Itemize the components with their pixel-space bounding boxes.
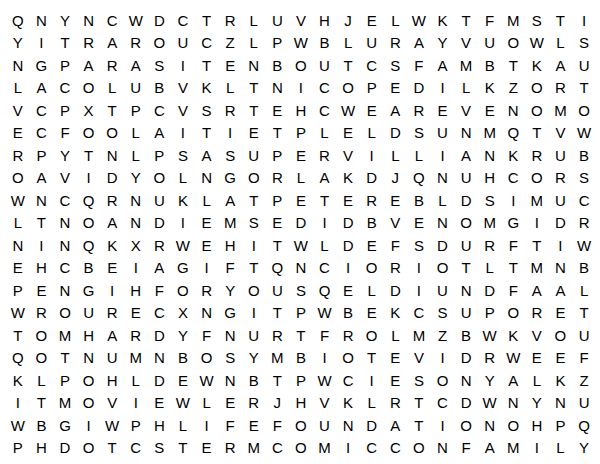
grid-cell[interactable]: U	[171, 32, 195, 55]
grid-cell[interactable]: M	[501, 9, 525, 32]
grid-cell[interactable]: E	[6, 122, 30, 145]
grid-cell[interactable]: T	[336, 54, 360, 77]
grid-cell[interactable]: G	[218, 167, 242, 190]
grid-cell[interactable]: R	[478, 347, 502, 370]
grid-cell[interactable]: F	[313, 324, 337, 347]
grid-cell[interactable]: N	[549, 392, 573, 415]
grid-cell[interactable]: S	[572, 32, 596, 55]
grid-cell[interactable]: H	[289, 392, 313, 415]
grid-cell[interactable]: E	[431, 99, 455, 122]
grid-cell[interactable]: C	[360, 54, 384, 77]
grid-cell[interactable]: I	[195, 414, 219, 437]
grid-cell[interactable]: U	[572, 324, 596, 347]
grid-cell[interactable]: K	[501, 324, 525, 347]
grid-cell[interactable]: W	[195, 369, 219, 392]
grid-cell[interactable]: H	[525, 414, 549, 437]
grid-cell[interactable]: E	[407, 212, 431, 235]
grid-cell[interactable]: O	[549, 324, 573, 347]
grid-cell[interactable]: O	[148, 32, 172, 55]
grid-cell[interactable]: U	[242, 324, 266, 347]
grid-cell[interactable]: T	[100, 99, 124, 122]
grid-cell[interactable]: E	[195, 437, 219, 460]
grid-cell[interactable]: R	[124, 32, 148, 55]
grid-cell[interactable]: D	[454, 189, 478, 212]
grid-cell[interactable]: D	[289, 212, 313, 235]
grid-cell[interactable]: F	[454, 437, 478, 460]
grid-cell[interactable]: M	[407, 324, 431, 347]
grid-cell[interactable]: U	[572, 54, 596, 77]
grid-cell[interactable]: N	[53, 279, 77, 302]
grid-cell[interactable]: S	[148, 54, 172, 77]
grid-cell[interactable]: N	[77, 9, 101, 32]
grid-cell[interactable]: D	[148, 9, 172, 32]
grid-cell[interactable]: A	[124, 54, 148, 77]
grid-cell[interactable]: U	[454, 234, 478, 257]
grid-cell[interactable]: Y	[53, 144, 77, 167]
grid-cell[interactable]: B	[572, 144, 596, 167]
grid-cell[interactable]: E	[360, 234, 384, 257]
grid-cell[interactable]: E	[266, 212, 290, 235]
grid-cell[interactable]: L	[289, 167, 313, 190]
grid-cell[interactable]: P	[266, 189, 290, 212]
grid-cell[interactable]: V	[313, 392, 337, 415]
grid-cell[interactable]: R	[525, 302, 549, 325]
grid-cell[interactable]: A	[100, 324, 124, 347]
grid-cell[interactable]: S	[431, 302, 455, 325]
grid-cell[interactable]: N	[53, 212, 77, 235]
grid-cell[interactable]: R	[478, 234, 502, 257]
grid-cell[interactable]: N	[53, 234, 77, 257]
grid-cell[interactable]: S	[525, 9, 549, 32]
grid-cell[interactable]: O	[77, 369, 101, 392]
grid-cell[interactable]: T	[242, 189, 266, 212]
grid-cell[interactable]: W	[171, 392, 195, 415]
grid-cell[interactable]: I	[360, 144, 384, 167]
grid-cell[interactable]: N	[148, 347, 172, 370]
grid-cell[interactable]: R	[384, 32, 408, 55]
grid-cell[interactable]: O	[195, 347, 219, 370]
grid-cell[interactable]: S	[289, 279, 313, 302]
grid-cell[interactable]: R	[549, 77, 573, 100]
grid-cell[interactable]: B	[289, 347, 313, 370]
grid-cell[interactable]: S	[218, 144, 242, 167]
grid-cell[interactable]: B	[266, 54, 290, 77]
grid-cell[interactable]: B	[30, 414, 54, 437]
grid-cell[interactable]: W	[124, 9, 148, 32]
grid-cell[interactable]: O	[289, 414, 313, 437]
grid-cell[interactable]: N	[431, 167, 455, 190]
grid-cell[interactable]: M	[501, 437, 525, 460]
grid-cell[interactable]: W	[572, 122, 596, 145]
grid-cell[interactable]: T	[407, 392, 431, 415]
grid-cell[interactable]: Y	[124, 167, 148, 190]
grid-cell[interactable]: D	[148, 212, 172, 235]
grid-cell[interactable]: L	[572, 279, 596, 302]
grid-cell[interactable]: S	[195, 99, 219, 122]
grid-cell[interactable]: M	[478, 212, 502, 235]
grid-cell[interactable]: D	[384, 122, 408, 145]
grid-cell[interactable]: Z	[572, 369, 596, 392]
grid-cell[interactable]: I	[336, 437, 360, 460]
grid-cell[interactable]: T	[501, 257, 525, 280]
grid-cell[interactable]: B	[313, 32, 337, 55]
grid-cell[interactable]: F	[501, 279, 525, 302]
grid-cell[interactable]: S	[384, 54, 408, 77]
grid-cell[interactable]: T	[195, 9, 219, 32]
grid-cell[interactable]: C	[384, 437, 408, 460]
grid-cell[interactable]: O	[501, 32, 525, 55]
grid-cell[interactable]: P	[266, 144, 290, 167]
grid-cell[interactable]: V	[289, 9, 313, 32]
grid-cell[interactable]: U	[266, 9, 290, 32]
grid-cell[interactable]: E	[384, 77, 408, 100]
grid-cell[interactable]: F	[572, 347, 596, 370]
grid-cell[interactable]: L	[242, 32, 266, 55]
grid-cell[interactable]: T	[6, 324, 30, 347]
grid-cell[interactable]: U	[572, 392, 596, 415]
grid-cell[interactable]: I	[549, 234, 573, 257]
grid-cell[interactable]: K	[501, 144, 525, 167]
grid-cell[interactable]: O	[77, 77, 101, 100]
grid-cell[interactable]: M	[478, 122, 502, 145]
grid-cell[interactable]: G	[30, 54, 54, 77]
grid-cell[interactable]: P	[549, 414, 573, 437]
grid-cell[interactable]: S	[148, 437, 172, 460]
grid-cell[interactable]: U	[100, 347, 124, 370]
grid-cell[interactable]: E	[195, 234, 219, 257]
grid-cell[interactable]: S	[407, 369, 431, 392]
grid-cell[interactable]: B	[478, 54, 502, 77]
grid-cell[interactable]: C	[148, 302, 172, 325]
grid-cell[interactable]: E	[218, 54, 242, 77]
grid-cell[interactable]: C	[407, 302, 431, 325]
grid-cell[interactable]: C	[148, 99, 172, 122]
grid-cell[interactable]: K	[195, 77, 219, 100]
grid-cell[interactable]: T	[53, 347, 77, 370]
grid-cell[interactable]: T	[289, 324, 313, 347]
grid-cell[interactable]: U	[478, 32, 502, 55]
grid-cell[interactable]: K	[336, 167, 360, 190]
grid-cell[interactable]: F	[501, 234, 525, 257]
grid-cell[interactable]: R	[242, 392, 266, 415]
grid-cell[interactable]: K	[525, 54, 549, 77]
grid-cell[interactable]: F	[266, 414, 290, 437]
grid-cell[interactable]: Z	[218, 32, 242, 55]
grid-cell[interactable]: O	[289, 54, 313, 77]
grid-cell[interactable]: E	[549, 347, 573, 370]
grid-cell[interactable]: C	[53, 77, 77, 100]
grid-cell[interactable]: Y	[478, 369, 502, 392]
grid-cell[interactable]: M	[242, 437, 266, 460]
grid-cell[interactable]: G	[77, 279, 101, 302]
grid-cell[interactable]: U	[431, 279, 455, 302]
grid-cell[interactable]: L	[313, 122, 337, 145]
grid-cell[interactable]: W	[501, 347, 525, 370]
grid-cell[interactable]: T	[407, 414, 431, 437]
grid-cell[interactable]: D	[148, 324, 172, 347]
grid-cell[interactable]: W	[336, 99, 360, 122]
grid-cell[interactable]: T	[266, 369, 290, 392]
grid-cell[interactable]: N	[195, 167, 219, 190]
grid-cell[interactable]: F	[218, 257, 242, 280]
grid-cell[interactable]: D	[148, 369, 172, 392]
grid-cell[interactable]: I	[407, 279, 431, 302]
grid-cell[interactable]: N	[218, 369, 242, 392]
grid-cell[interactable]: L	[100, 77, 124, 100]
grid-cell[interactable]: N	[100, 144, 124, 167]
grid-cell[interactable]: O	[77, 392, 101, 415]
grid-cell[interactable]: Y	[6, 32, 30, 55]
grid-cell[interactable]: A	[478, 437, 502, 460]
grid-cell[interactable]: S	[218, 347, 242, 370]
grid-cell[interactable]: I	[313, 212, 337, 235]
grid-cell[interactable]: T	[266, 302, 290, 325]
grid-cell[interactable]: A	[30, 167, 54, 190]
grid-cell[interactable]: B	[360, 212, 384, 235]
grid-cell[interactable]: U	[124, 77, 148, 100]
grid-cell[interactable]: N	[6, 234, 30, 257]
grid-cell[interactable]: L	[171, 414, 195, 437]
grid-cell[interactable]: D	[478, 279, 502, 302]
grid-cell[interactable]: I	[431, 414, 455, 437]
grid-cell[interactable]: W	[100, 414, 124, 437]
grid-cell[interactable]: L	[384, 9, 408, 32]
grid-cell[interactable]: E	[360, 99, 384, 122]
grid-cell[interactable]: N	[6, 54, 30, 77]
grid-cell[interactable]: X	[171, 302, 195, 325]
grid-cell[interactable]: C	[30, 122, 54, 145]
grid-cell[interactable]: P	[124, 414, 148, 437]
grid-cell[interactable]: W	[572, 234, 596, 257]
grid-cell[interactable]: I	[242, 302, 266, 325]
grid-cell[interactable]: R	[266, 167, 290, 190]
grid-cell[interactable]: R	[360, 189, 384, 212]
grid-cell[interactable]: L	[124, 369, 148, 392]
grid-cell[interactable]: E	[336, 279, 360, 302]
grid-cell[interactable]: H	[124, 279, 148, 302]
grid-cell[interactable]: O	[525, 77, 549, 100]
grid-cell[interactable]: L	[195, 392, 219, 415]
grid-cell[interactable]: I	[525, 212, 549, 235]
grid-cell[interactable]: D	[360, 414, 384, 437]
grid-cell[interactable]: Y	[242, 347, 266, 370]
grid-cell[interactable]: V	[100, 392, 124, 415]
grid-cell[interactable]: O	[431, 257, 455, 280]
grid-cell[interactable]: O	[501, 414, 525, 437]
grid-cell[interactable]: E	[195, 212, 219, 235]
grid-cell[interactable]: P	[6, 437, 30, 460]
grid-cell[interactable]: A	[501, 369, 525, 392]
grid-cell[interactable]: O	[336, 77, 360, 100]
grid-cell[interactable]: E	[289, 144, 313, 167]
grid-cell[interactable]: L	[360, 392, 384, 415]
grid-cell[interactable]: C	[336, 369, 360, 392]
grid-cell[interactable]: U	[313, 414, 337, 437]
grid-cell[interactable]: E	[525, 347, 549, 370]
grid-cell[interactable]: B	[148, 77, 172, 100]
grid-cell[interactable]: O	[77, 212, 101, 235]
grid-cell[interactable]: O	[30, 347, 54, 370]
grid-cell[interactable]: G	[501, 212, 525, 235]
grid-cell[interactable]: A	[100, 212, 124, 235]
grid-cell[interactable]: K	[384, 302, 408, 325]
grid-cell[interactable]: A	[218, 189, 242, 212]
grid-cell[interactable]: P	[289, 122, 313, 145]
grid-cell[interactable]: I	[289, 77, 313, 100]
grid-cell[interactable]: I	[431, 347, 455, 370]
grid-cell[interactable]: B	[572, 257, 596, 280]
grid-cell[interactable]: F	[218, 414, 242, 437]
grid-cell[interactable]: M	[53, 392, 77, 415]
grid-cell[interactable]: W	[313, 302, 337, 325]
grid-cell[interactable]: K	[336, 392, 360, 415]
grid-cell[interactable]: J	[266, 392, 290, 415]
grid-cell[interactable]: A	[148, 122, 172, 145]
grid-cell[interactable]: T	[195, 54, 219, 77]
grid-cell[interactable]: V	[454, 99, 478, 122]
grid-cell[interactable]: U	[549, 144, 573, 167]
grid-cell[interactable]: E	[218, 392, 242, 415]
grid-cell[interactable]: I	[242, 234, 266, 257]
grid-cell[interactable]: N	[431, 437, 455, 460]
grid-cell[interactable]: L	[336, 32, 360, 55]
grid-cell[interactable]: U	[431, 122, 455, 145]
grid-cell[interactable]: N	[266, 77, 290, 100]
grid-cell[interactable]: T	[242, 257, 266, 280]
grid-cell[interactable]: Q	[572, 414, 596, 437]
grid-cell[interactable]: B	[407, 189, 431, 212]
grid-cell[interactable]: A	[384, 414, 408, 437]
grid-cell[interactable]: C	[266, 437, 290, 460]
grid-cell[interactable]: U	[454, 302, 478, 325]
grid-cell[interactable]: L	[360, 122, 384, 145]
grid-cell[interactable]: I	[313, 347, 337, 370]
grid-cell[interactable]: P	[124, 99, 148, 122]
grid-cell[interactable]: O	[525, 99, 549, 122]
grid-cell[interactable]: L	[171, 167, 195, 190]
grid-cell[interactable]: R	[407, 99, 431, 122]
grid-cell[interactable]: A	[100, 32, 124, 55]
grid-cell[interactable]: B	[242, 369, 266, 392]
grid-cell[interactable]: E	[171, 369, 195, 392]
grid-cell[interactable]: N	[124, 189, 148, 212]
grid-cell[interactable]: H	[218, 234, 242, 257]
grid-cell[interactable]: L	[407, 144, 431, 167]
grid-cell[interactable]: R	[266, 324, 290, 347]
grid-cell[interactable]: C	[501, 167, 525, 190]
grid-cell[interactable]: E	[549, 302, 573, 325]
grid-cell[interactable]: O	[242, 167, 266, 190]
grid-cell[interactable]: H	[313, 9, 337, 32]
grid-cell[interactable]: C	[53, 189, 77, 212]
grid-cell[interactable]: O	[454, 212, 478, 235]
grid-cell[interactable]: O	[77, 122, 101, 145]
grid-cell[interactable]: F	[407, 54, 431, 77]
grid-cell[interactable]: L	[30, 369, 54, 392]
grid-cell[interactable]: F	[53, 122, 77, 145]
grid-cell[interactable]: T	[242, 99, 266, 122]
grid-cell[interactable]: O	[407, 437, 431, 460]
grid-cell[interactable]: I	[360, 369, 384, 392]
grid-cell[interactable]: E	[242, 122, 266, 145]
grid-cell[interactable]: I	[100, 279, 124, 302]
grid-cell[interactable]: D	[384, 279, 408, 302]
grid-cell[interactable]: L	[549, 437, 573, 460]
grid-cell[interactable]: W	[289, 234, 313, 257]
grid-cell[interactable]: E	[100, 257, 124, 280]
grid-cell[interactable]: H	[100, 369, 124, 392]
grid-cell[interactable]: C	[431, 392, 455, 415]
grid-cell[interactable]: V	[407, 347, 431, 370]
grid-cell[interactable]: N	[218, 324, 242, 347]
grid-cell[interactable]: F	[384, 234, 408, 257]
grid-cell[interactable]: F	[478, 9, 502, 32]
grid-cell[interactable]: A	[454, 144, 478, 167]
grid-cell[interactable]: V	[171, 99, 195, 122]
grid-cell[interactable]: I	[407, 257, 431, 280]
grid-cell[interactable]: Y	[218, 279, 242, 302]
grid-cell[interactable]: N	[478, 414, 502, 437]
grid-cell[interactable]: Q	[501, 122, 525, 145]
grid-cell[interactable]: L	[384, 144, 408, 167]
grid-cell[interactable]: U	[266, 279, 290, 302]
grid-cell[interactable]: I	[171, 54, 195, 77]
grid-cell[interactable]: O	[572, 99, 596, 122]
grid-cell[interactable]: U	[313, 54, 337, 77]
grid-cell[interactable]: D	[454, 347, 478, 370]
grid-cell[interactable]: W	[525, 32, 549, 55]
grid-cell[interactable]: R	[77, 32, 101, 55]
grid-cell[interactable]: N	[454, 369, 478, 392]
grid-cell[interactable]: S	[407, 234, 431, 257]
grid-cell[interactable]: A	[77, 54, 101, 77]
grid-cell[interactable]: D	[336, 212, 360, 235]
grid-cell[interactable]: W	[6, 302, 30, 325]
grid-cell[interactable]: R	[100, 302, 124, 325]
grid-cell[interactable]: W	[478, 392, 502, 415]
grid-cell[interactable]: U	[454, 167, 478, 190]
grid-cell[interactable]: C	[195, 32, 219, 55]
grid-cell[interactable]: M	[549, 99, 573, 122]
grid-cell[interactable]: O	[360, 257, 384, 280]
grid-cell[interactable]: W	[6, 189, 30, 212]
grid-cell[interactable]: B	[77, 257, 101, 280]
grid-cell[interactable]: B	[454, 324, 478, 347]
grid-cell[interactable]: T	[30, 212, 54, 235]
grid-cell[interactable]: C	[171, 9, 195, 32]
grid-cell[interactable]: R	[100, 54, 124, 77]
grid-cell[interactable]: U	[360, 32, 384, 55]
grid-cell[interactable]: T	[30, 392, 54, 415]
grid-cell[interactable]: R	[313, 144, 337, 167]
grid-cell[interactable]: B	[171, 347, 195, 370]
grid-cell[interactable]: I	[572, 9, 596, 32]
grid-cell[interactable]: T	[266, 122, 290, 145]
grid-cell[interactable]: A	[384, 99, 408, 122]
grid-cell[interactable]: Y	[53, 9, 77, 32]
grid-cell[interactable]: W	[6, 414, 30, 437]
grid-cell[interactable]: N	[289, 257, 313, 280]
grid-cell[interactable]: E	[6, 257, 30, 280]
grid-cell[interactable]: K	[6, 369, 30, 392]
grid-cell[interactable]: P	[360, 77, 384, 100]
grid-cell[interactable]: P	[266, 32, 290, 55]
grid-cell[interactable]: R	[572, 212, 596, 235]
grid-cell[interactable]: M	[525, 189, 549, 212]
grid-cell[interactable]: I	[525, 437, 549, 460]
grid-cell[interactable]: F	[148, 279, 172, 302]
grid-cell[interactable]: I	[171, 212, 195, 235]
